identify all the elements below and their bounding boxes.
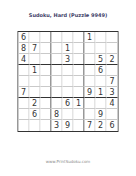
sudoku-cell-r8c1 (19, 109, 30, 120)
sudoku-cell-r2c3 (41, 43, 52, 54)
sudoku-cell-r1c9 (107, 32, 118, 43)
sudoku-cell-r6c5 (63, 87, 74, 98)
sudoku-cell-r3c2 (30, 54, 41, 65)
sudoku-cell-r4c7 (85, 65, 96, 76)
sudoku-cell-r1c8 (96, 32, 107, 43)
sudoku-cell-r6c6 (74, 87, 85, 98)
sudoku-cell-r5c2 (30, 76, 41, 87)
sudoku-cell-r7c6: 1 (74, 98, 85, 109)
sudoku-cell-r5c7 (85, 76, 96, 87)
sudoku-cell-r7c2: 2 (30, 98, 41, 109)
sudoku-cell-r8c5 (63, 109, 74, 120)
sudoku-cell-r3c1: 4 (19, 54, 30, 65)
sudoku-cell-r1c4 (52, 32, 63, 43)
sudoku-cell-r3c7 (85, 54, 96, 65)
sudoku-cell-r7c9: 4 (107, 98, 118, 109)
sudoku-cell-r9c9: 6 (107, 120, 118, 131)
sudoku-cell-r2c1: 8 (19, 43, 30, 54)
sudoku-cell-r1c3 (41, 32, 52, 43)
sudoku-cell-r5c4 (52, 76, 63, 87)
sudoku-cell-r7c8 (96, 98, 107, 109)
sudoku-cell-r6c2 (30, 87, 41, 98)
sudoku-cell-r1c1: 6 (19, 32, 30, 43)
sudoku-cell-r3c9: 2 (107, 54, 118, 65)
sudoku-cell-r4c5 (63, 65, 74, 76)
sudoku-cell-r5c9: 7 (107, 76, 118, 87)
sudoku-cell-r6c3 (41, 87, 52, 98)
sudoku-cell-r8c9 (107, 109, 118, 120)
sudoku-cell-r3c4 (52, 54, 63, 65)
sudoku-cell-r6c7: 9 (85, 87, 96, 98)
sudoku-cell-r8c2: 6 (30, 109, 41, 120)
sudoku-cell-r3c5: 3 (63, 54, 74, 65)
sudoku-cell-r9c7: 7 (85, 120, 96, 131)
sudoku-cell-r4c3 (41, 65, 52, 76)
sudoku-cell-r9c4: 3 (52, 120, 63, 131)
sudoku-cell-r2c2: 7 (30, 43, 41, 54)
sudoku-cell-r6c8: 1 (96, 87, 107, 98)
sudoku-cell-r3c8: 5 (96, 54, 107, 65)
sudoku-cell-r2c9 (107, 43, 118, 54)
sudoku-cell-r3c3 (41, 54, 52, 65)
sudoku-cell-r6c9: 3 (107, 87, 118, 98)
sudoku-cell-r1c2 (30, 32, 41, 43)
sudoku-cell-r7c7 (85, 98, 96, 109)
sudoku-cell-r9c1 (19, 120, 30, 131)
sudoku-cell-r9c2 (30, 120, 41, 131)
sudoku-cell-r6c4 (52, 87, 63, 98)
sudoku-cell-r5c6 (74, 76, 85, 87)
sudoku-cell-r2c4 (52, 43, 63, 54)
sudoku-cell-r9c8: 2 (96, 120, 107, 131)
sudoku-board: 6187143521677913261468939726 (18, 31, 119, 132)
sudoku-cell-r4c1 (19, 65, 30, 76)
sudoku-cell-r3c6 (74, 54, 85, 65)
sudoku-cell-r7c4 (52, 98, 63, 109)
sudoku-cell-r7c1 (19, 98, 30, 109)
sudoku-cell-r9c6 (74, 120, 85, 131)
sudoku-cell-r1c5 (63, 32, 74, 43)
sudoku-sheet: Sudoku, Hard (Puzzle 9949) 6187143521677… (0, 0, 136, 176)
sudoku-cell-r7c5: 6 (63, 98, 74, 109)
sudoku-cell-r8c8: 9 (96, 109, 107, 120)
sudoku-cell-r1c6 (74, 32, 85, 43)
sudoku-cell-r8c7 (85, 109, 96, 120)
sudoku-cell-r5c1 (19, 76, 30, 87)
sudoku-cell-r8c6 (74, 109, 85, 120)
sudoku-cell-r4c2: 1 (30, 65, 41, 76)
sudoku-cell-r2c8 (96, 43, 107, 54)
sudoku-cell-r9c3 (41, 120, 52, 131)
sudoku-cell-r4c9 (107, 65, 118, 76)
sudoku-cell-r5c3 (41, 76, 52, 87)
puzzle-title: Sudoku, Hard (Puzzle 9949) (0, 12, 136, 18)
sudoku-cell-r2c7 (85, 43, 96, 54)
sudoku-cell-r5c5 (63, 76, 74, 87)
sudoku-cell-r4c4 (52, 65, 63, 76)
sudoku-cell-r6c1: 7 (19, 87, 30, 98)
sudoku-cell-r5c8 (96, 76, 107, 87)
sudoku-cell-r8c4: 8 (52, 109, 63, 120)
sudoku-cell-r1c7: 1 (85, 32, 96, 43)
sudoku-cell-r4c6 (74, 65, 85, 76)
sudoku-cell-r2c5: 1 (63, 43, 74, 54)
sudoku-cell-r7c3 (41, 98, 52, 109)
sudoku-cell-r8c3 (41, 109, 52, 120)
sudoku-cell-r4c8: 6 (96, 65, 107, 76)
footer-url: www.PrintSudoku.com (0, 159, 136, 164)
sudoku-cell-r9c5: 9 (63, 120, 74, 131)
sudoku-cell-r2c6 (74, 43, 85, 54)
